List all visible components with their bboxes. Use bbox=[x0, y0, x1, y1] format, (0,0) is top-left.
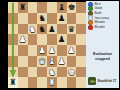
square-d5[interactable] bbox=[37, 34, 47, 45]
legend-label: Mistake bbox=[95, 21, 105, 24]
square-d4[interactable]: ♟ bbox=[37, 45, 47, 56]
black-knight: ♞ bbox=[38, 25, 46, 34]
engine-info: Stockfish 17 bbox=[88, 77, 116, 85]
square-e7[interactable] bbox=[47, 13, 57, 24]
square-f7[interactable]: ♟ bbox=[57, 13, 67, 24]
square-b4[interactable] bbox=[18, 45, 28, 56]
square-f1[interactable] bbox=[57, 77, 67, 88]
blunder-dot-icon bbox=[88, 25, 93, 30]
square-b5[interactable]: ♟ bbox=[18, 34, 28, 45]
white-king: ♚ bbox=[68, 68, 76, 77]
analysis-panel: BestGoodBookInaccuracyMistakeBlunder Eva… bbox=[86, 1, 119, 88]
legend-label: Inaccuracy bbox=[95, 17, 110, 20]
square-e2[interactable]: ♞ bbox=[47, 67, 57, 78]
square-g3[interactable] bbox=[67, 56, 77, 67]
square-a8[interactable] bbox=[8, 2, 18, 13]
stockfish-logo-icon bbox=[88, 77, 96, 85]
square-h3[interactable] bbox=[76, 56, 86, 67]
square-g4[interactable]: ♟ bbox=[67, 45, 77, 56]
square-g1[interactable] bbox=[67, 77, 77, 88]
square-a4[interactable] bbox=[8, 45, 18, 56]
black-king: ♚ bbox=[68, 3, 76, 12]
square-a5[interactable] bbox=[8, 34, 18, 45]
engine-name: Stockfish 17 bbox=[98, 79, 117, 83]
legend-item-blunder: Blunder bbox=[88, 25, 118, 30]
white-knight: ♞ bbox=[29, 25, 37, 34]
square-c5[interactable] bbox=[28, 34, 38, 45]
square-b3[interactable] bbox=[18, 56, 28, 67]
square-c1[interactable] bbox=[28, 77, 38, 88]
square-b8[interactable]: ♜ bbox=[18, 2, 28, 13]
square-g2[interactable]: ♚ bbox=[67, 67, 77, 78]
square-a1[interactable]: ♜ bbox=[8, 77, 18, 88]
square-f8[interactable]: ♝ bbox=[57, 2, 67, 13]
black-pawn: ♟ bbox=[58, 14, 66, 23]
square-c3[interactable] bbox=[28, 56, 38, 67]
black-knight: ♞ bbox=[38, 14, 46, 23]
legend-label: Book bbox=[95, 12, 102, 15]
square-g6[interactable]: ♛ bbox=[67, 24, 77, 35]
square-d7[interactable]: ♞ bbox=[37, 13, 47, 24]
square-e5[interactable] bbox=[47, 34, 57, 45]
square-a7[interactable] bbox=[8, 13, 18, 24]
square-h4[interactable] bbox=[76, 45, 86, 56]
square-h6[interactable] bbox=[76, 24, 86, 35]
square-e3[interactable]: ♝ bbox=[47, 56, 57, 67]
square-f5[interactable]: ♟ bbox=[57, 34, 67, 45]
square-d2[interactable] bbox=[37, 67, 47, 78]
square-c7[interactable] bbox=[28, 13, 38, 24]
square-e1[interactable]: ♜ bbox=[47, 77, 57, 88]
white-pawn: ♟ bbox=[58, 57, 66, 66]
square-g5[interactable] bbox=[67, 34, 77, 45]
square-h1[interactable] bbox=[76, 77, 86, 88]
square-e6[interactable]: ♟ bbox=[47, 24, 57, 35]
square-d1[interactable] bbox=[37, 77, 47, 88]
legend-label: Good bbox=[95, 7, 102, 10]
square-c4[interactable] bbox=[28, 45, 38, 56]
square-g8[interactable]: ♚ bbox=[67, 2, 77, 13]
black-pawn: ♟ bbox=[48, 25, 56, 34]
square-a6[interactable] bbox=[8, 24, 18, 35]
square-a3[interactable] bbox=[8, 56, 18, 67]
square-d8[interactable] bbox=[37, 2, 47, 13]
square-c2[interactable] bbox=[28, 67, 38, 78]
square-f6[interactable] bbox=[57, 24, 67, 35]
legend-label: Best bbox=[95, 3, 101, 6]
white-pawn: ♟ bbox=[68, 46, 76, 55]
evaluation-status: Evaluation stopped bbox=[86, 52, 119, 62]
white-pawn: ♟ bbox=[19, 35, 27, 44]
square-e8[interactable] bbox=[47, 2, 57, 13]
square-h7[interactable] bbox=[76, 13, 86, 24]
square-g7[interactable] bbox=[67, 13, 77, 24]
square-f3[interactable]: ♟ bbox=[57, 56, 67, 67]
square-d6[interactable]: ♞ bbox=[37, 24, 47, 35]
square-d3[interactable]: ♛ bbox=[37, 56, 47, 67]
square-f2[interactable] bbox=[57, 67, 67, 78]
white-pawn: ♟ bbox=[48, 46, 56, 55]
black-rook: ♜ bbox=[9, 78, 17, 87]
white-queen: ♛ bbox=[38, 57, 46, 66]
square-b6[interactable] bbox=[18, 24, 28, 35]
square-b7[interactable] bbox=[18, 13, 28, 24]
white-rook: ♜ bbox=[48, 78, 56, 87]
black-rook: ♜ bbox=[19, 3, 27, 12]
chess-board: ♜♝♚♞♟♞♞♟♛♟♟♟♟♟♛♝♟♞♚♜♜ bbox=[8, 2, 86, 88]
square-h5[interactable] bbox=[76, 34, 86, 45]
square-h8[interactable] bbox=[76, 2, 86, 13]
white-pawn: ♟ bbox=[38, 46, 46, 55]
square-f4[interactable] bbox=[57, 45, 67, 56]
black-bishop: ♝ bbox=[58, 3, 66, 12]
square-b1[interactable] bbox=[18, 77, 28, 88]
square-e4[interactable]: ♟ bbox=[47, 45, 57, 56]
square-c8[interactable] bbox=[28, 2, 38, 13]
square-b2[interactable] bbox=[18, 67, 28, 78]
square-c6[interactable]: ♞ bbox=[28, 24, 38, 35]
white-bishop: ♝ bbox=[48, 57, 56, 66]
white-knight: ♞ bbox=[48, 68, 56, 77]
black-queen: ♛ bbox=[68, 25, 76, 34]
move-quality-legend: BestGoodBookInaccuracyMistakeBlunder bbox=[88, 2, 118, 30]
square-h2[interactable] bbox=[76, 67, 86, 78]
evaluation-status-line2: stopped bbox=[86, 57, 119, 62]
legend-label: Blunder bbox=[95, 26, 105, 29]
black-pawn: ♟ bbox=[58, 35, 66, 44]
square-a2[interactable] bbox=[8, 67, 18, 78]
